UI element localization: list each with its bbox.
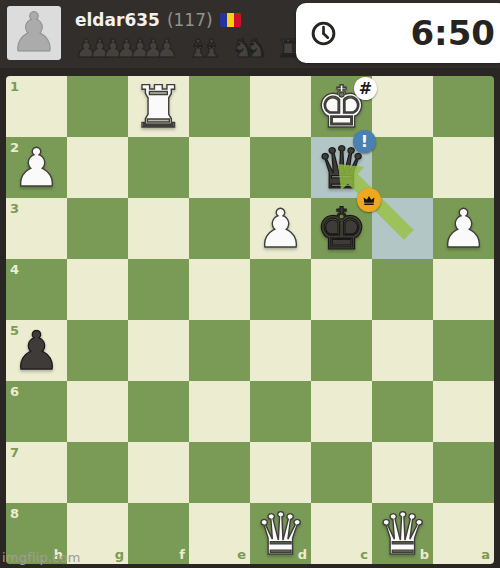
square-h7[interactable]: 7 bbox=[6, 442, 67, 503]
piece-wP-h2[interactable]: ♟ bbox=[13, 141, 61, 194]
piece-bP-h5[interactable]: ♟ bbox=[13, 324, 61, 377]
square-b1[interactable] bbox=[372, 76, 433, 137]
rank-label-7: 7 bbox=[10, 446, 19, 459]
square-g6[interactable] bbox=[67, 381, 128, 442]
rank-label-6: 6 bbox=[10, 385, 19, 398]
rank-label-4: 4 bbox=[10, 263, 19, 276]
square-c7[interactable] bbox=[311, 442, 372, 503]
square-c3[interactable]: ♚ bbox=[311, 198, 372, 259]
square-h1[interactable]: 1 bbox=[6, 76, 67, 137]
square-h3[interactable]: 3 bbox=[6, 198, 67, 259]
square-b4[interactable] bbox=[372, 259, 433, 320]
captured-pawn-icon: ♟ bbox=[156, 36, 178, 62]
captured-knight-group: ♞♞ bbox=[232, 36, 268, 62]
square-f8[interactable]: f bbox=[128, 503, 189, 564]
square-e1[interactable] bbox=[189, 76, 250, 137]
square-a8[interactable]: a bbox=[433, 503, 494, 564]
captured-pawn-group: ♟♟♟♟♟♟♟ bbox=[75, 36, 178, 62]
file-label-d: d bbox=[298, 548, 307, 561]
square-e8[interactable]: e bbox=[189, 503, 250, 564]
square-c4[interactable] bbox=[311, 259, 372, 320]
chess-board[interactable]: 1♜♚#2♟♛!3♟♚♟45♟678hgfed♛cb♛a bbox=[6, 76, 494, 564]
square-a7[interactable] bbox=[433, 442, 494, 503]
square-e4[interactable] bbox=[189, 259, 250, 320]
piece-wP-a3[interactable]: ♟ bbox=[440, 202, 488, 255]
square-e6[interactable] bbox=[189, 381, 250, 442]
square-f5[interactable] bbox=[128, 320, 189, 381]
square-c6[interactable] bbox=[311, 381, 372, 442]
file-label-g: g bbox=[115, 548, 124, 561]
square-a5[interactable] bbox=[433, 320, 494, 381]
square-b2[interactable] bbox=[372, 137, 433, 198]
square-c1[interactable]: ♚# bbox=[311, 76, 372, 137]
file-label-f: f bbox=[179, 548, 185, 561]
square-b5[interactable] bbox=[372, 320, 433, 381]
watermark: imgflip.com bbox=[2, 550, 81, 565]
square-f7[interactable] bbox=[128, 442, 189, 503]
crown-icon bbox=[362, 193, 376, 207]
square-a4[interactable] bbox=[433, 259, 494, 320]
square-a6[interactable] bbox=[433, 381, 494, 442]
square-b8[interactable]: b♛ bbox=[372, 503, 433, 564]
great-move-badge: ! bbox=[353, 130, 376, 153]
square-d5[interactable] bbox=[250, 320, 311, 381]
square-a3[interactable]: ♟ bbox=[433, 198, 494, 259]
file-label-e: e bbox=[237, 548, 246, 561]
square-g2[interactable] bbox=[67, 137, 128, 198]
square-c5[interactable] bbox=[311, 320, 372, 381]
square-g3[interactable] bbox=[67, 198, 128, 259]
square-f4[interactable] bbox=[128, 259, 189, 320]
piece-wP-d3[interactable]: ♟ bbox=[257, 202, 305, 255]
square-h5[interactable]: 5♟ bbox=[6, 320, 67, 381]
player-avatar[interactable]: ♟ bbox=[7, 6, 61, 60]
square-b3[interactable] bbox=[372, 198, 433, 259]
rank-label-1: 1 bbox=[10, 80, 19, 93]
square-e5[interactable] bbox=[189, 320, 250, 381]
square-d7[interactable] bbox=[250, 442, 311, 503]
square-d2[interactable] bbox=[250, 137, 311, 198]
piece-wR-f1[interactable]: ♜ bbox=[133, 78, 185, 136]
square-e2[interactable] bbox=[189, 137, 250, 198]
romania-flag-icon bbox=[220, 13, 241, 27]
player-name: eldar635 bbox=[75, 12, 160, 29]
clock-time: 6:50 bbox=[410, 13, 495, 53]
checkmate-badge: # bbox=[354, 77, 377, 100]
square-e3[interactable] bbox=[189, 198, 250, 259]
square-f3[interactable] bbox=[128, 198, 189, 259]
avatar-pawn-icon: ♟ bbox=[10, 6, 58, 60]
captured-knight-icon: ♞ bbox=[245, 36, 267, 62]
square-d6[interactable] bbox=[250, 381, 311, 442]
square-g7[interactable] bbox=[67, 442, 128, 503]
square-d1[interactable] bbox=[250, 76, 311, 137]
rank-label-2: 2 bbox=[10, 141, 19, 154]
square-a2[interactable] bbox=[433, 137, 494, 198]
square-e7[interactable] bbox=[189, 442, 250, 503]
player-clock: 6:50 bbox=[296, 3, 500, 63]
square-b6[interactable] bbox=[372, 381, 433, 442]
file-label-a: a bbox=[481, 548, 490, 561]
square-d3[interactable]: ♟ bbox=[250, 198, 311, 259]
square-b7[interactable] bbox=[372, 442, 433, 503]
winner-crown-badge bbox=[357, 188, 381, 212]
square-d8[interactable]: d♛ bbox=[250, 503, 311, 564]
rank-label-8: 8 bbox=[10, 507, 19, 520]
square-g1[interactable] bbox=[67, 76, 128, 137]
square-g4[interactable] bbox=[67, 259, 128, 320]
rank-label-5: 5 bbox=[10, 324, 19, 337]
rank-label-3: 3 bbox=[10, 202, 19, 215]
square-h6[interactable]: 6 bbox=[6, 381, 67, 442]
square-c8[interactable]: c bbox=[311, 503, 372, 564]
square-f1[interactable]: ♜ bbox=[128, 76, 189, 137]
square-f6[interactable] bbox=[128, 381, 189, 442]
square-f2[interactable] bbox=[128, 137, 189, 198]
square-h2[interactable]: 2♟ bbox=[6, 137, 67, 198]
file-label-c: c bbox=[360, 548, 368, 561]
captured-bishop-group: ♝♝ bbox=[187, 36, 223, 62]
player-rating: (117) bbox=[167, 12, 213, 29]
file-label-b: b bbox=[420, 548, 429, 561]
captured-bishop-icon: ♝ bbox=[200, 36, 222, 62]
square-h4[interactable]: 4 bbox=[6, 259, 67, 320]
square-a1[interactable] bbox=[433, 76, 494, 137]
square-d4[interactable] bbox=[250, 259, 311, 320]
clock-icon bbox=[310, 20, 337, 47]
square-g5[interactable] bbox=[67, 320, 128, 381]
